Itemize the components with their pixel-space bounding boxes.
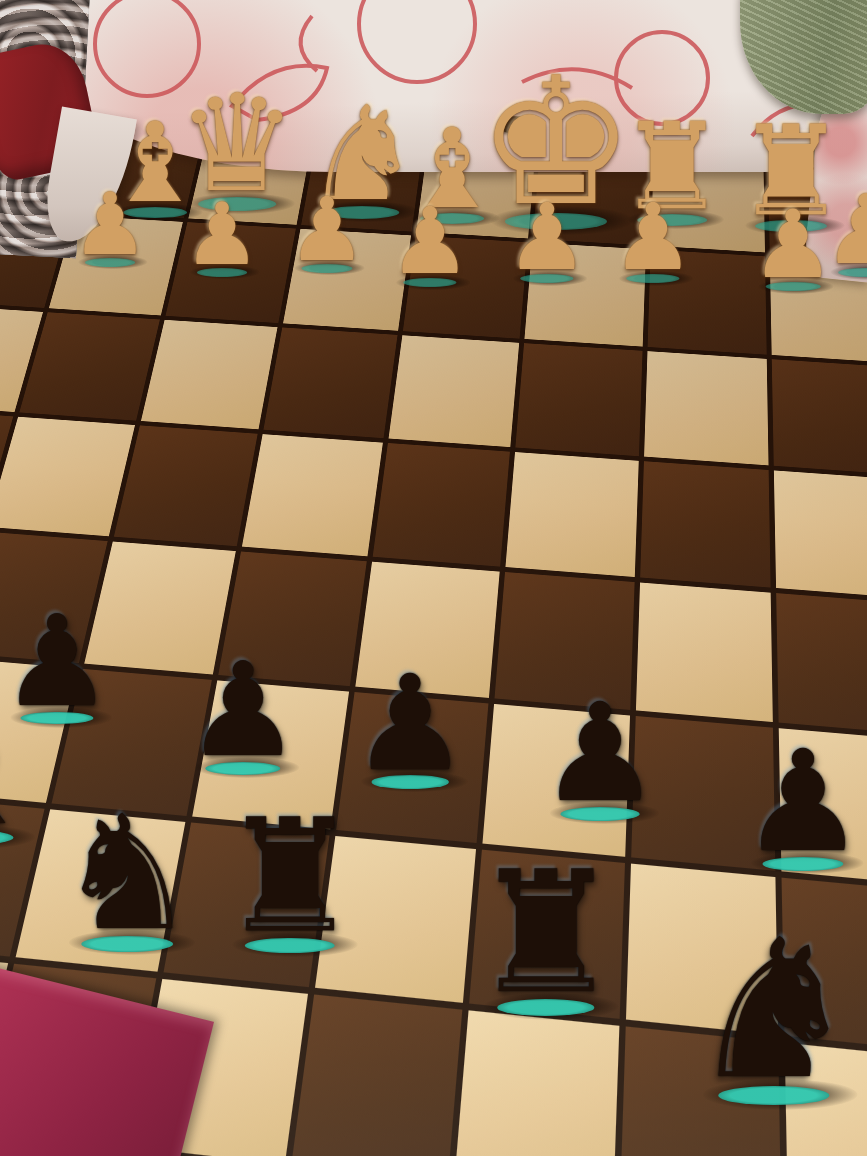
white-pawn-icon: ♟	[63, 181, 158, 267]
square-e6[interactable]	[389, 335, 519, 447]
black-rook-icon: ♜	[454, 849, 639, 1017]
piece-white-P-a7[interactable]: ♟	[63, 181, 158, 267]
piece-black-N-g1[interactable]: ♞	[668, 914, 867, 1106]
white-pawn-icon: ♟	[175, 191, 270, 277]
piece-white-P-e7[interactable]: ♟	[496, 192, 597, 284]
black-rook-icon: ♜	[204, 798, 376, 954]
black-pawn-icon: ♟	[337, 657, 482, 789]
square-c5[interactable]	[113, 426, 257, 547]
white-pawn-icon: ♟	[279, 186, 376, 274]
piece-white-P-b7[interactable]: ♟	[175, 191, 270, 277]
black-pawn-icon: ♟	[525, 685, 675, 821]
square-b5[interactable]	[0, 417, 135, 536]
square-e1[interactable]	[291, 995, 462, 1156]
square-d5[interactable]	[242, 434, 383, 556]
black-knight-icon: ♞	[40, 794, 214, 952]
square-h6[interactable]	[772, 359, 867, 475]
piece-white-P-c7[interactable]: ♟	[279, 186, 376, 274]
piece-white-P-d7[interactable]: ♟	[379, 196, 480, 288]
square-d6[interactable]	[264, 327, 398, 438]
piece-black-R-f1[interactable]: ♜	[454, 849, 639, 1017]
white-pawn-icon: ♟	[496, 192, 597, 284]
piece-black-P-g2[interactable]: ♟	[726, 732, 867, 872]
piece-white-P-f7[interactable]: ♟	[602, 192, 703, 284]
piece-black-P-d2[interactable]: ♟	[172, 645, 315, 775]
square-g5[interactable]	[640, 461, 771, 587]
black-pawn-icon: ♟	[172, 645, 315, 775]
square-f5[interactable]	[505, 452, 638, 577]
white-pawn-icon: ♟	[602, 192, 703, 284]
square-b6[interactable]	[19, 312, 160, 421]
piece-black-N-d1[interactable]: ♞	[40, 794, 214, 952]
piece-black-P-e2[interactable]: ♟	[337, 657, 482, 789]
scene: { "game": "chess", "position": { "fen": …	[0, 0, 867, 1156]
square-g6[interactable]	[644, 351, 769, 466]
square-c6[interactable]	[141, 319, 278, 429]
square-f1[interactable]	[454, 1011, 619, 1156]
white-pawn-icon: ♟	[379, 196, 480, 288]
black-knight-icon: ♞	[668, 914, 867, 1106]
piece-black-R-e1[interactable]: ♜	[204, 798, 376, 954]
square-f6[interactable]	[515, 343, 642, 457]
piece-black-P-f2[interactable]: ♟	[525, 685, 675, 821]
white-pawn-icon: ♟	[741, 198, 844, 292]
piece-white-P-g7[interactable]: ♟	[741, 198, 844, 292]
square-h4[interactable]	[776, 593, 867, 734]
square-h5[interactable]	[774, 471, 867, 599]
square-e5[interactable]	[373, 443, 510, 566]
black-pawn-icon: ♟	[726, 732, 867, 872]
